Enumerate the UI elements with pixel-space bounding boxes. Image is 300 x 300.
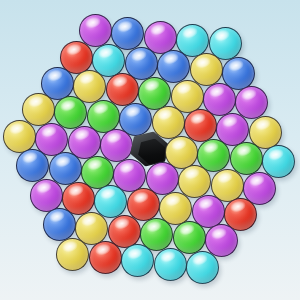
bubble-cyan[interactable] <box>154 248 187 281</box>
bubble-cluster <box>0 0 300 300</box>
game-board[interactable] <box>0 0 300 300</box>
bubble-cyan[interactable] <box>186 251 219 284</box>
bubble-blue[interactable] <box>43 208 76 241</box>
bubble-yellow[interactable] <box>3 120 36 153</box>
bubble-purple[interactable] <box>30 179 63 212</box>
bubble-red[interactable] <box>89 241 122 274</box>
bubble-yellow[interactable] <box>56 238 89 271</box>
bubble-cyan[interactable] <box>121 244 154 277</box>
bubble-blue[interactable] <box>16 149 49 182</box>
